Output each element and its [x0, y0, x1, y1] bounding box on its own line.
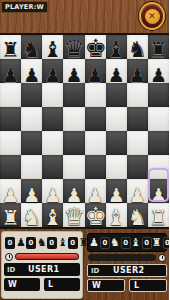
piece-white-bishop[interactable]: ♝: [106, 207, 127, 229]
captured-count-bishop: 0: [47, 237, 57, 249]
piece-black-rook[interactable]: ♜: [148, 40, 169, 61]
piece-black-pawn[interactable]: ♟: [0, 66, 21, 85]
timer-track-white: [15, 253, 79, 260]
square-d6[interactable]: [63, 83, 84, 107]
piece-black-bishop[interactable]: ♝: [42, 39, 63, 61]
square-c4[interactable]: [42, 131, 63, 155]
square-h8[interactable]: ♜: [148, 35, 169, 59]
board-frame: ♜♞♝♛♚♝♞♜♟♟♟♟♟♟♟♟♟♟♟♟♟♟♟♟♜♞♝♛♚♝♞♜: [0, 33, 169, 229]
square-b3[interactable]: [21, 155, 42, 179]
bishop-icon: ♝: [58, 237, 68, 248]
square-a4[interactable]: [0, 131, 21, 155]
player-name-black: USER2: [99, 266, 158, 275]
square-h4[interactable]: [148, 131, 169, 155]
square-d3[interactable]: [63, 155, 84, 179]
square-d8[interactable]: ♛: [63, 35, 84, 59]
square-c6[interactable]: [42, 83, 63, 107]
captured-entry-knight: ♞0: [110, 237, 131, 249]
piece-black-pawn[interactable]: ♟: [21, 66, 42, 85]
square-b8[interactable]: ♞: [21, 35, 42, 59]
piece-white-rook[interactable]: ♜: [148, 208, 169, 229]
square-d5[interactable]: [63, 107, 84, 131]
timer-track-black: [88, 254, 156, 261]
player-panel-black: ♟0♞0♝0♜0♛0 ID USER2 W L: [86, 231, 168, 299]
piece-black-pawn[interactable]: ♟: [63, 66, 84, 85]
square-a1[interactable]: ♜: [0, 203, 21, 227]
square-g1[interactable]: ♞: [127, 203, 148, 227]
square-f7[interactable]: ♟: [106, 59, 127, 83]
square-c3[interactable]: [42, 155, 63, 179]
win-loss-row-black: W L: [87, 279, 167, 292]
clock-icon: [5, 253, 13, 261]
square-e6[interactable]: [85, 83, 106, 107]
piece-black-pawn[interactable]: ♟: [85, 66, 106, 85]
losses-box-black: L: [129, 279, 167, 292]
square-f3[interactable]: [106, 155, 127, 179]
piece-white-pawn[interactable]: ♟: [148, 186, 169, 205]
square-h1[interactable]: ♜: [148, 203, 169, 227]
close-icon: ✕: [145, 9, 160, 24]
piece-white-pawn[interactable]: ♟: [0, 186, 21, 205]
knight-icon: ♞: [110, 237, 120, 248]
timer-fill-white: [16, 254, 78, 259]
losses-box-white: L: [44, 278, 80, 291]
rook-icon: ♜: [152, 237, 162, 248]
square-e1[interactable]: ♚: [85, 203, 106, 227]
square-g5[interactable]: [127, 107, 148, 131]
square-e3[interactable]: [85, 155, 106, 179]
square-g2[interactable]: ♟: [127, 179, 148, 203]
square-f5[interactable]: [106, 107, 127, 131]
square-e8[interactable]: ♚: [85, 35, 106, 59]
square-h5[interactable]: [148, 107, 169, 131]
captured-count-pawn: 0: [5, 237, 15, 249]
close-button[interactable]: ✕: [139, 2, 165, 30]
piece-black-king[interactable]: ♚: [85, 36, 106, 61]
timer-row-black: [87, 252, 167, 263]
square-b1[interactable]: ♞: [21, 203, 42, 227]
piece-white-pawn[interactable]: ♟: [21, 186, 42, 205]
piece-white-knight[interactable]: ♞: [127, 207, 148, 229]
captured-entry-bishop: 0♝: [47, 237, 68, 249]
pawn-icon: ♟: [16, 237, 26, 248]
timer-row-white: [4, 251, 80, 262]
square-f2[interactable]: ♟: [106, 179, 127, 203]
square-f6[interactable]: [106, 83, 127, 107]
square-h2[interactable]: ♟: [148, 179, 169, 203]
captured-count-rook: 0: [163, 237, 170, 249]
piece-white-rook[interactable]: ♜: [0, 208, 21, 229]
square-g3[interactable]: [127, 155, 148, 179]
square-b5[interactable]: [21, 107, 42, 131]
square-g4[interactable]: [127, 131, 148, 155]
piece-white-queen[interactable]: ♛: [63, 205, 84, 229]
square-a3[interactable]: [0, 155, 21, 179]
piece-black-queen[interactable]: ♛: [63, 37, 84, 61]
captured-entry-knight: 0♞: [26, 237, 47, 249]
captured-count-knight: 0: [26, 237, 36, 249]
clock-icon: [158, 254, 166, 262]
chess-app-window: PLAYER:W ✕ ♜♞♝♛♚♝♞♜♟♟♟♟♟♟♟♟♟♟♟♟♟♟♟♟♜♞♝♛♚…: [0, 0, 169, 300]
captured-count-bishop: 0: [142, 237, 152, 249]
captured-count-knight: 0: [121, 237, 131, 249]
square-h7[interactable]: ♟: [148, 59, 169, 83]
piece-white-king[interactable]: ♚: [85, 204, 106, 229]
piece-white-pawn[interactable]: ♟: [127, 186, 148, 205]
player-id-row-white: ID USER1: [4, 263, 80, 276]
piece-black-rook[interactable]: ♜: [0, 40, 21, 61]
wins-box-white: W: [4, 278, 40, 291]
piece-black-knight[interactable]: ♞: [21, 39, 42, 61]
piece-white-knight[interactable]: ♞: [21, 207, 42, 229]
piece-black-knight[interactable]: ♞: [127, 39, 148, 61]
piece-white-bishop[interactable]: ♝: [42, 207, 63, 229]
square-c8[interactable]: ♝: [42, 35, 63, 59]
pawn-icon: ♟: [89, 237, 99, 248]
square-e5[interactable]: [85, 107, 106, 131]
square-f4[interactable]: [106, 131, 127, 155]
captured-entry-bishop: ♝0: [131, 237, 152, 249]
captured-count-rook: 0: [68, 237, 78, 249]
square-g7[interactable]: ♟: [127, 59, 148, 83]
square-a2[interactable]: ♟: [0, 179, 21, 203]
piece-white-pawn[interactable]: ♟: [42, 186, 63, 205]
square-a5[interactable]: [0, 107, 21, 131]
square-d4[interactable]: [63, 131, 84, 155]
square-g8[interactable]: ♞: [127, 35, 148, 59]
piece-black-pawn[interactable]: ♟: [106, 66, 127, 85]
wins-box-black: W: [87, 279, 125, 292]
captured-count-pawn: 0: [100, 237, 110, 249]
square-f8[interactable]: ♝: [106, 35, 127, 59]
square-e4[interactable]: [85, 131, 106, 155]
square-b4[interactable]: [21, 131, 42, 155]
player-panel-white: 0♟0♞0♝0♜0♛ ID USER1 W L: [1, 231, 83, 299]
square-d2[interactable]: ♟: [63, 179, 84, 203]
captured-tray-white: 0♟0♞0♝0♜0♛: [4, 234, 80, 251]
bishop-icon: ♝: [131, 237, 141, 248]
square-a6[interactable]: [0, 83, 21, 107]
piece-black-pawn[interactable]: ♟: [42, 66, 63, 85]
player-name-white: USER1: [15, 265, 72, 274]
square-d1[interactable]: ♛: [63, 203, 84, 227]
square-c2[interactable]: ♟: [42, 179, 63, 203]
chess-board[interactable]: ♜♞♝♛♚♝♞♜♟♟♟♟♟♟♟♟♟♟♟♟♟♟♟♟♜♞♝♛♚♝♞♜: [0, 35, 169, 227]
square-c5[interactable]: [42, 107, 63, 131]
square-h6[interactable]: [148, 83, 169, 107]
win-loss-row-white: W L: [4, 278, 80, 291]
square-b6[interactable]: [21, 83, 42, 107]
square-e2[interactable]: ♟: [85, 179, 106, 203]
captured-entry-pawn: 0♟: [5, 237, 26, 249]
captured-entry-pawn: ♟0: [89, 237, 110, 249]
square-f1[interactable]: ♝: [106, 203, 127, 227]
captured-entry-rook: ♜0: [152, 237, 169, 249]
square-g6[interactable]: [127, 83, 148, 107]
captured-tray-black: ♟0♞0♝0♜0♛0: [87, 233, 167, 252]
piece-white-pawn[interactable]: ♟: [106, 186, 127, 205]
player-id-row-black: ID USER2: [87, 264, 167, 277]
id-label: ID: [91, 267, 99, 275]
square-b7[interactable]: ♟: [21, 59, 42, 83]
square-a7[interactable]: ♟: [0, 59, 21, 83]
id-label: ID: [7, 266, 15, 274]
piece-black-pawn[interactable]: ♟: [148, 66, 169, 85]
square-c7[interactable]: ♟: [42, 59, 63, 83]
square-h3[interactable]: [148, 155, 169, 179]
square-a8[interactable]: ♜: [0, 35, 21, 59]
knight-icon: ♞: [37, 237, 47, 248]
square-c1[interactable]: ♝: [42, 203, 63, 227]
square-b2[interactable]: ♟: [21, 179, 42, 203]
turn-indicator-badge: PLAYER:W: [1, 1, 48, 13]
piece-black-bishop[interactable]: ♝: [106, 39, 127, 61]
piece-black-pawn[interactable]: ♟: [127, 66, 148, 85]
